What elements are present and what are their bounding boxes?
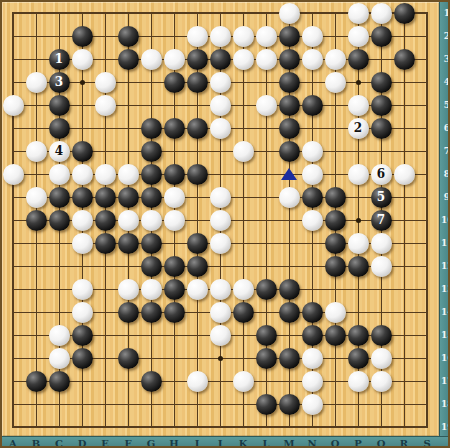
black-stone	[187, 233, 208, 254]
white-stone	[26, 72, 47, 93]
coord-label-bottom: P	[354, 438, 362, 448]
black-stone	[394, 3, 415, 24]
white-stone	[348, 233, 369, 254]
black-stone	[141, 164, 162, 185]
black-stone	[187, 49, 208, 70]
black-stone	[49, 118, 70, 139]
move-number-label: 6	[377, 168, 385, 180]
white-stone	[371, 348, 392, 369]
black-stone	[256, 394, 277, 415]
black-stone	[49, 210, 70, 231]
black-stone	[302, 187, 323, 208]
black-stone	[187, 72, 208, 93]
triangle-marker	[281, 168, 297, 180]
coord-label-right: 5	[441, 100, 450, 110]
black-stone	[279, 72, 300, 93]
white-stone	[371, 256, 392, 277]
white-stone	[95, 72, 116, 93]
black-stone	[187, 256, 208, 277]
white-stone	[394, 164, 415, 185]
black-stone	[164, 256, 185, 277]
white-stone	[302, 371, 323, 392]
white-stone	[348, 164, 369, 185]
white-stone	[210, 302, 231, 323]
coord-label-bottom: E	[101, 438, 109, 448]
go-board[interactable]: 1324657	[2, 2, 439, 436]
black-stone	[72, 325, 93, 346]
black-stone	[72, 26, 93, 47]
coord-label-bottom: O	[331, 438, 340, 448]
coord-label-right: 2	[441, 31, 450, 41]
star-point	[218, 356, 223, 361]
coord-label-bottom: B	[32, 438, 40, 448]
black-stone	[26, 210, 47, 231]
white-stone	[3, 95, 24, 116]
coord-label-bottom: H	[169, 438, 178, 448]
white-stone	[187, 279, 208, 300]
white-stone: 6	[371, 164, 392, 185]
white-stone	[3, 164, 24, 185]
white-stone	[187, 371, 208, 392]
black-stone	[164, 164, 185, 185]
coord-label-bottom: Q	[377, 438, 386, 448]
black-stone	[141, 256, 162, 277]
white-stone	[187, 26, 208, 47]
black-stone	[164, 279, 185, 300]
black-stone	[72, 187, 93, 208]
coord-label-right: 4	[441, 77, 450, 87]
white-stone: 2	[348, 118, 369, 139]
black-stone	[95, 233, 116, 254]
black-stone	[325, 233, 346, 254]
white-stone	[279, 3, 300, 24]
coord-label-bottom: S	[423, 438, 430, 448]
black-stone	[118, 49, 139, 70]
white-stone	[371, 371, 392, 392]
black-stone: 5	[371, 187, 392, 208]
coordinate-strip-right: 12345678910111213141516171819	[439, 2, 450, 436]
black-stone	[256, 279, 277, 300]
grid-line-vertical	[243, 12, 244, 428]
black-stone	[279, 348, 300, 369]
black-stone	[118, 187, 139, 208]
white-stone	[164, 210, 185, 231]
white-stone	[141, 49, 162, 70]
white-stone	[233, 371, 254, 392]
black-stone	[95, 210, 116, 231]
coord-label-right: 16	[441, 353, 450, 363]
white-stone	[210, 118, 231, 139]
coord-label-right: 6	[441, 123, 450, 133]
black-stone	[141, 371, 162, 392]
coord-label-right: 10	[441, 215, 450, 225]
white-stone	[210, 325, 231, 346]
coord-label-right: 1	[441, 8, 450, 18]
coord-label-right: 9	[441, 192, 450, 202]
black-stone	[279, 26, 300, 47]
coord-label-bottom: F	[124, 438, 131, 448]
black-stone	[49, 95, 70, 116]
white-stone	[49, 164, 70, 185]
move-number-label: 7	[377, 214, 385, 226]
black-stone	[118, 233, 139, 254]
black-stone	[348, 325, 369, 346]
black-stone	[302, 325, 323, 346]
move-number-label: 1	[55, 53, 63, 65]
white-stone	[95, 164, 116, 185]
black-stone	[164, 72, 185, 93]
coord-label-bottom: M	[283, 438, 294, 448]
white-stone	[118, 210, 139, 231]
black-stone	[141, 118, 162, 139]
black-stone	[371, 118, 392, 139]
black-stone	[233, 302, 254, 323]
white-stone	[118, 164, 139, 185]
black-stone	[325, 256, 346, 277]
black-stone	[348, 348, 369, 369]
white-stone	[325, 72, 346, 93]
black-stone	[164, 302, 185, 323]
white-stone	[210, 72, 231, 93]
white-stone	[302, 210, 323, 231]
star-point	[356, 218, 361, 223]
white-stone	[348, 3, 369, 24]
coord-label-bottom: K	[239, 438, 248, 448]
black-stone	[279, 95, 300, 116]
white-stone	[95, 95, 116, 116]
black-stone	[279, 302, 300, 323]
black-stone	[118, 26, 139, 47]
black-stone	[118, 302, 139, 323]
white-stone	[233, 26, 254, 47]
coord-label-bottom: I	[195, 438, 200, 448]
coord-label-right: 11	[441, 238, 450, 248]
white-stone	[233, 279, 254, 300]
coord-label-right: 12	[441, 261, 450, 271]
grid-line-horizontal	[12, 426, 428, 428]
black-stone	[256, 348, 277, 369]
white-stone	[72, 164, 93, 185]
white-stone	[325, 49, 346, 70]
black-stone	[72, 141, 93, 162]
white-stone	[49, 348, 70, 369]
black-stone	[279, 279, 300, 300]
white-stone	[371, 3, 392, 24]
white-stone	[49, 325, 70, 346]
black-stone	[325, 210, 346, 231]
coord-label-bottom: R	[400, 438, 408, 448]
black-stone	[279, 394, 300, 415]
move-number-label: 2	[354, 122, 362, 134]
coord-label-right: 8	[441, 169, 450, 179]
coord-label-bottom: A	[9, 438, 17, 448]
white-stone	[302, 394, 323, 415]
white-stone	[72, 210, 93, 231]
black-stone	[348, 49, 369, 70]
coord-label-bottom: D	[78, 438, 87, 448]
black-stone	[371, 26, 392, 47]
black-stone	[279, 49, 300, 70]
white-stone	[210, 95, 231, 116]
black-stone	[256, 325, 277, 346]
grid-line-horizontal	[12, 404, 428, 405]
white-stone	[302, 141, 323, 162]
grid-line-vertical	[404, 12, 405, 428]
black-stone	[49, 187, 70, 208]
white-stone	[72, 302, 93, 323]
star-point	[356, 80, 361, 85]
coord-label-bottom: G	[147, 438, 156, 448]
black-stone	[302, 302, 323, 323]
black-stone	[371, 95, 392, 116]
coord-label-right: 19	[441, 422, 450, 432]
white-stone	[26, 187, 47, 208]
black-stone	[49, 371, 70, 392]
coordinate-strip-bottom: ABCDEFGHIJKLMNOPQRS	[2, 436, 450, 448]
black-stone	[325, 187, 346, 208]
white-stone	[210, 187, 231, 208]
white-stone	[72, 233, 93, 254]
black-stone	[394, 49, 415, 70]
white-stone	[302, 26, 323, 47]
black-stone	[279, 141, 300, 162]
white-stone	[302, 49, 323, 70]
black-stone	[210, 49, 231, 70]
white-stone	[302, 164, 323, 185]
coord-label-right: 7	[441, 146, 450, 156]
move-number-label: 5	[377, 191, 385, 203]
white-stone	[233, 49, 254, 70]
white-stone	[348, 371, 369, 392]
white-stone	[164, 187, 185, 208]
black-stone: 1	[49, 49, 70, 70]
coord-label-right: 13	[441, 284, 450, 294]
grid-line-vertical	[426, 12, 428, 428]
white-stone	[325, 302, 346, 323]
white-stone	[210, 26, 231, 47]
black-stone	[187, 118, 208, 139]
black-stone	[302, 95, 323, 116]
black-stone	[141, 233, 162, 254]
coord-label-right: 3	[441, 54, 450, 64]
white-stone	[210, 233, 231, 254]
move-number-label: 4	[55, 145, 63, 157]
black-stone	[141, 302, 162, 323]
white-stone	[348, 26, 369, 47]
white-stone	[256, 26, 277, 47]
coord-label-bottom: J	[218, 438, 223, 448]
black-stone	[279, 118, 300, 139]
black-stone	[325, 325, 346, 346]
white-stone	[72, 279, 93, 300]
black-stone	[187, 164, 208, 185]
black-stone	[348, 256, 369, 277]
white-stone	[302, 348, 323, 369]
coord-label-right: 15	[441, 330, 450, 340]
white-stone	[371, 233, 392, 254]
black-stone: 7	[371, 210, 392, 231]
star-point	[80, 80, 85, 85]
black-stone	[26, 371, 47, 392]
black-stone	[371, 325, 392, 346]
white-stone	[233, 141, 254, 162]
black-stone	[95, 187, 116, 208]
white-stone	[141, 210, 162, 231]
coord-label-bottom: C	[55, 438, 63, 448]
white-stone	[26, 141, 47, 162]
white-stone	[256, 95, 277, 116]
white-stone	[210, 279, 231, 300]
coord-label-bottom: N	[307, 438, 316, 448]
white-stone	[348, 95, 369, 116]
go-diagram: 1324657 ABCDEFGHIJKLMNOPQRS 123456789101…	[0, 0, 450, 448]
black-stone	[141, 141, 162, 162]
white-stone	[141, 279, 162, 300]
white-stone	[118, 279, 139, 300]
black-stone	[118, 348, 139, 369]
white-stone	[279, 187, 300, 208]
black-stone: 3	[49, 72, 70, 93]
black-stone	[141, 187, 162, 208]
white-stone	[164, 49, 185, 70]
black-stone	[72, 348, 93, 369]
white-stone: 4	[49, 141, 70, 162]
black-stone	[371, 72, 392, 93]
move-number-label: 3	[55, 76, 63, 88]
white-stone	[256, 49, 277, 70]
coord-label-right: 17	[441, 376, 450, 386]
coord-label-bottom: L	[262, 438, 269, 448]
white-stone	[72, 49, 93, 70]
coord-label-right: 18	[441, 399, 450, 409]
coord-label-right: 14	[441, 307, 450, 317]
white-stone	[210, 210, 231, 231]
black-stone	[164, 118, 185, 139]
